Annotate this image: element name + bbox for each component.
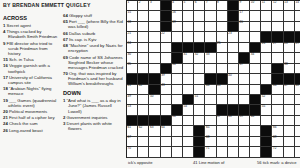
black-square [228, 1, 239, 11]
grid-cell[interactable] [138, 147, 149, 157]
grid-cell[interactable] [183, 32, 194, 42]
grid-cell[interactable] [239, 126, 250, 136]
grid-cell[interactable] [205, 32, 216, 42]
clue: 17 University of California campus site [3, 75, 60, 85]
grid-cell[interactable] [250, 74, 261, 84]
grid-cell[interactable]: 5 [183, 1, 194, 11]
grid-cell[interactable]: 46 [272, 85, 283, 95]
grid-cell[interactable] [172, 95, 183, 105]
grid-cell[interactable] [183, 116, 194, 126]
cell-number: 4 [172, 1, 174, 5]
grid-cell[interactable] [250, 32, 261, 42]
grid-cell[interactable] [183, 22, 194, 32]
grid-cell[interactable] [138, 43, 149, 53]
grid-cell[interactable] [228, 126, 239, 136]
grid-cell[interactable] [138, 105, 149, 115]
cell-number: 56 [172, 115, 175, 119]
grid-cell[interactable]: 62 [138, 126, 149, 136]
grid-cell[interactable]: 33 [205, 53, 216, 63]
cell-number: 8 [217, 1, 219, 5]
cell-number: 6 [195, 1, 197, 5]
clue: 15 Sch. in Tulsa [3, 57, 60, 62]
grid-cell[interactable] [205, 64, 216, 74]
cell-number: 10 [251, 1, 254, 5]
cell-number: 41 [128, 84, 131, 88]
cell-number: 63 [150, 126, 153, 130]
clue-text: Things cracked by Elizabeth Smith Friedm… [5, 29, 57, 39]
grid-cell[interactable] [217, 53, 228, 63]
grid-cell[interactable] [138, 22, 149, 32]
grid-cell[interactable] [194, 22, 205, 32]
grid-cell[interactable] [183, 11, 194, 21]
cell-number: 37 [239, 63, 242, 67]
grid-cell[interactable] [149, 43, 160, 53]
cell-number: 3 [150, 1, 152, 5]
cell-number: 31 [184, 53, 187, 57]
grid-cell[interactable] [205, 95, 216, 105]
grid-cell[interactable] [217, 95, 228, 105]
cell-number: 71 [206, 147, 209, 151]
clue-text: ___ Games (quadrennial athletic event) [8, 98, 57, 108]
grid-cell[interactable]: 47 [284, 85, 295, 95]
clue-text: Gloppy stuff [68, 13, 92, 18]
clue-text: "And what is ___ as a day in June?" (Jam… [65, 98, 120, 113]
grid-cell[interactable] [272, 22, 283, 32]
grid-cell[interactable] [261, 53, 272, 63]
clue: 67 Its cap. is Kyiv [63, 37, 124, 42]
cell-number: 70 [128, 147, 131, 151]
grid-cell[interactable] [217, 64, 228, 74]
grid-cell[interactable] [284, 126, 295, 136]
cell-number: 62 [139, 126, 142, 130]
down-heading: DOWN [63, 90, 124, 96]
grid-cell[interactable] [239, 32, 250, 42]
grid-cell[interactable] [183, 137, 194, 147]
grid-cell[interactable]: 40 [228, 74, 239, 84]
grid-cell[interactable]: 2 [138, 1, 149, 11]
grid-cell[interactable]: 29 [295, 43, 300, 53]
grid-cell[interactable] [149, 105, 160, 115]
cell-number: 29 [295, 42, 298, 46]
grid-cell[interactable] [295, 105, 300, 115]
grid-cell[interactable] [295, 116, 300, 126]
grid-cell[interactable]: 25 [217, 43, 228, 53]
grid-cell[interactable] [149, 11, 160, 21]
grid-cell[interactable] [217, 11, 228, 21]
clue-text: Code name of SS Johannes Siegfried Becke… [68, 55, 123, 70]
cell-number: 30 [128, 53, 131, 57]
cell-number: 46 [273, 84, 276, 88]
grid-cell[interactable] [295, 147, 300, 157]
grid-cell[interactable] [194, 11, 205, 21]
grid-cell[interactable]: 32 [194, 53, 205, 63]
grid-cell[interactable] [272, 11, 283, 21]
grid-cell[interactable]: 51 [194, 95, 205, 105]
clue-text: Its cap. is Kyiv [68, 37, 97, 42]
grid-cell[interactable]: 57 [217, 116, 228, 126]
grid-cell[interactable] [149, 32, 160, 42]
grid-cell[interactable] [172, 32, 183, 42]
cell-number: 65 [206, 126, 209, 130]
grid-cell[interactable] [138, 53, 149, 63]
grid-cell[interactable] [138, 95, 149, 105]
cell-number: 22 [161, 32, 164, 36]
grid-cell[interactable]: 12 [272, 1, 283, 11]
grid-cell[interactable] [295, 137, 300, 147]
grid-cell[interactable] [250, 126, 261, 136]
cell-number: 23 [228, 32, 231, 36]
clue: 26 Long-eared beast [3, 128, 60, 133]
cell-number: 47 [284, 84, 287, 88]
grid-cell[interactable]: 13 [284, 1, 295, 11]
cell-number: 68 [206, 136, 209, 140]
clue-text: Desert plants with white flowers [65, 121, 112, 131]
grid-cell[interactable] [149, 53, 160, 63]
grid-cell[interactable] [138, 137, 149, 147]
clue: 69 Code name of SS Johannes Siegfried Be… [63, 55, 124, 70]
middle-clue-column: 64 Gloppy stuff65 Fort ___ (where Billy … [63, 13, 124, 132]
cell-number: 55 [262, 105, 265, 109]
grid-cell[interactable] [250, 64, 261, 74]
grid-cell[interactable] [295, 53, 300, 63]
grid-cell[interactable]: 63 [149, 126, 160, 136]
grid-cell[interactable]: 50 [149, 95, 160, 105]
clue-text: First half of a cipher key [8, 115, 55, 120]
grid-cell[interactable]: 38 [284, 64, 295, 74]
black-square [194, 137, 205, 147]
black-square [161, 1, 172, 11]
grid-cell[interactable] [183, 74, 194, 84]
clue-fragment: 56 tick mark: a device [257, 160, 297, 165]
grid-cell[interactable] [284, 22, 295, 32]
grid-cell[interactable] [217, 22, 228, 32]
grid-cell[interactable] [239, 137, 250, 147]
grid-cell[interactable]: 23 [228, 32, 239, 42]
cell-number: 26 [262, 42, 265, 46]
grid-cell[interactable] [161, 43, 172, 53]
grid-cell[interactable] [149, 147, 160, 157]
clue: 9 FBI director who tried to scrub Friedm… [3, 41, 60, 56]
grid-cell[interactable] [138, 32, 149, 42]
grid-cell[interactable]: 26 [261, 43, 272, 53]
cell-number: 33 [206, 53, 209, 57]
grid-cell[interactable] [138, 11, 149, 21]
clue: 16 Veggie garnish with a toothpick [3, 63, 60, 73]
grid-cell[interactable]: 64 [161, 126, 172, 136]
clue: 64 Gloppy stuff [63, 13, 124, 18]
clue: 20 Political movements [3, 109, 60, 114]
grid-cell[interactable] [161, 137, 172, 147]
grid-cell[interactable] [228, 137, 239, 147]
clue-text: Org. that was inspired by Friedman's and… [68, 71, 123, 86]
grid-cell[interactable] [172, 74, 183, 84]
black-square [149, 74, 160, 84]
grid-cell[interactable] [239, 74, 250, 84]
across-clue-column: ACROSS 1 Secret agent4 Things cracked by… [3, 13, 60, 134]
grid-cell[interactable] [228, 95, 239, 105]
grid-cell[interactable] [239, 85, 250, 95]
cell-number: 5 [184, 1, 186, 5]
cell-number: 52 [262, 95, 265, 99]
clue-text: FBI director who tried to scrub Friedman… [5, 41, 52, 56]
grid-cell[interactable]: 10 [250, 1, 261, 11]
black-square [272, 64, 283, 74]
down-clue-list: 1 "And what is ___ as a day in June?" (J… [63, 98, 124, 131]
grid-cell[interactable] [228, 43, 239, 53]
clue: 19 ___ Games (quadrennial athletic event… [3, 98, 60, 108]
grid-cell[interactable] [295, 126, 300, 136]
grid-cell[interactable] [172, 137, 183, 147]
grid-cell[interactable] [194, 64, 205, 74]
grid-cell[interactable] [183, 147, 194, 157]
black-square [194, 126, 205, 136]
grid-cell[interactable] [194, 116, 205, 126]
grid-cell[interactable] [284, 11, 295, 21]
cell-number: 69 [273, 136, 276, 140]
clue: 1 "And what is ___ as a day in June?" (J… [63, 98, 124, 113]
clue: 1 Secret agent [3, 23, 60, 28]
grid-cell[interactable] [183, 85, 194, 95]
cell-number: 32 [195, 53, 198, 57]
across-clue-list: 1 Secret agent4 Things cracked by Elizab… [3, 23, 60, 133]
grid-cell[interactable]: 59 [239, 116, 250, 126]
grid-cell[interactable] [250, 85, 261, 95]
cell-number: 43 [161, 84, 164, 88]
grid-cell[interactable] [205, 11, 216, 21]
cell-number: 45 [217, 84, 220, 88]
grid-cell[interactable]: 34 [250, 53, 261, 63]
grid-cell[interactable] [272, 105, 283, 115]
cell-number: 54 [184, 105, 187, 109]
cell-number: 40 [228, 74, 231, 78]
grid-cell[interactable] [250, 22, 261, 32]
grid-cell[interactable]: 48 [295, 85, 300, 95]
cell-number: 24 [128, 42, 131, 46]
grid-cell[interactable] [239, 147, 250, 157]
grid-cell[interactable] [161, 105, 172, 115]
cell-number: 18 [128, 21, 131, 25]
cell-number: 59 [239, 115, 242, 119]
grid-cell[interactable]: 14 [295, 1, 300, 11]
grid-cell[interactable]: 54 [183, 105, 194, 115]
grid-cell[interactable] [261, 22, 272, 32]
cell-number: 28 [284, 42, 287, 46]
cell-number: 66 [273, 126, 276, 130]
cell-number: 39 [161, 74, 164, 78]
clue: 4 Things cracked by Elizabeth Smith Frie… [3, 29, 60, 39]
black-square [261, 126, 272, 136]
grid-cell[interactable] [284, 137, 295, 147]
grid-cell[interactable]: 8 [217, 1, 228, 11]
grid-cell[interactable]: 56 [172, 116, 183, 126]
grid-cell[interactable]: 43 [161, 85, 172, 95]
black-square [172, 43, 183, 53]
clue-text: Veggie garnish with a toothpick [8, 63, 50, 73]
clue-text: Government inquiries [65, 115, 107, 120]
grid-cell[interactable] [228, 85, 239, 95]
grid-cell[interactable]: 36 [172, 64, 183, 74]
cell-number: 21 [128, 32, 131, 36]
clue: 24 Check the sum [3, 121, 60, 126]
cell-number: 20 [239, 21, 242, 25]
cell-number: 51 [195, 95, 198, 99]
cell-number: 42 [139, 84, 142, 88]
grid-cell[interactable]: 53 [127, 105, 138, 115]
cell-number: 50 [150, 95, 153, 99]
grid-cell[interactable] [295, 95, 300, 105]
cell-number: 7 [206, 1, 208, 5]
grid-cell[interactable] [149, 137, 160, 147]
grid-cell[interactable]: 45 [217, 85, 228, 95]
grid-cell[interactable] [172, 147, 183, 157]
cell-number: 13 [284, 1, 287, 5]
grid-cell[interactable] [161, 95, 172, 105]
grid-cell[interactable] [149, 64, 160, 74]
cell-number: 44 [206, 84, 209, 88]
grid-cell[interactable]: 22 [161, 32, 172, 42]
grid-cell[interactable] [183, 126, 194, 136]
cell-number: 64 [161, 126, 164, 130]
cell-number: 14 [295, 1, 298, 5]
cell-number: 67 [128, 136, 131, 140]
cell-number: 36 [172, 63, 175, 67]
clue-text: "Machine" used by Nazis for encryption [68, 43, 123, 53]
clue-fragment: 41 Line motion of [193, 160, 224, 165]
grid-cell[interactable]: 55 [261, 105, 272, 115]
clue: 2 Government inquiries [63, 115, 124, 120]
grid-cell[interactable]: 20 [239, 22, 250, 32]
cell-number: 72 [273, 147, 276, 151]
grid-cell[interactable] [183, 64, 194, 74]
clue: 21 First half of a cipher key [3, 115, 60, 120]
cell-number: 19 [172, 21, 175, 25]
clue-fragment: ick's opposite [128, 160, 152, 165]
grid-cell[interactable] [217, 147, 228, 157]
black-square [261, 137, 272, 147]
grid-cell[interactable] [194, 32, 205, 42]
grid-cell[interactable] [239, 43, 250, 53]
grid-cell[interactable] [172, 126, 183, 136]
cell-number: 15 [128, 11, 131, 15]
cell-number: 9 [239, 1, 241, 5]
cell-number: 61 [128, 126, 131, 130]
grid-cell[interactable] [250, 147, 261, 157]
grid-cell[interactable] [261, 116, 272, 126]
clue-text: Long-eared beast [8, 128, 43, 133]
grid-cell[interactable]: 44 [205, 85, 216, 95]
cell-number: 38 [284, 63, 287, 67]
grid-cell[interactable] [228, 147, 239, 157]
grid-cell[interactable]: 37 [239, 64, 250, 74]
grid-cell[interactable] [194, 105, 205, 115]
clue-text: Fort ___ (where Billy the Kid was killed… [68, 19, 123, 29]
grid-cell[interactable] [284, 105, 295, 115]
grid-cell[interactable]: 7 [205, 1, 216, 11]
grid-cell[interactable]: 11 [261, 1, 272, 11]
grid-cell[interactable] [205, 105, 216, 115]
grid-cell[interactable]: 58 [228, 116, 239, 126]
grid-cell[interactable] [250, 137, 261, 147]
grid-cell[interactable] [261, 64, 272, 74]
grid-cell[interactable]: 27 [272, 43, 283, 53]
grid-cell[interactable] [161, 147, 172, 157]
cell-number: 25 [217, 42, 220, 46]
grid-cell[interactable]: 42 [138, 85, 149, 95]
grid-cell[interactable] [284, 95, 295, 105]
across-continued-clue-list: 64 Gloppy stuff65 Fort ___ (where Billy … [63, 13, 124, 86]
clue-text: Check the sum [8, 121, 38, 126]
grid-cell[interactable] [261, 11, 272, 21]
grid-cell[interactable] [295, 11, 300, 21]
grid-cell[interactable]: 31 [183, 53, 194, 63]
clue-text: University of California campus site [8, 75, 52, 85]
grid-cell[interactable] [205, 22, 216, 32]
grid-cell[interactable]: 35 [127, 64, 138, 74]
grid-cell[interactable]: 71 [205, 147, 216, 157]
grid-cell[interactable]: 72 [272, 147, 283, 157]
cell-number: 1 [128, 1, 130, 5]
grid-cell[interactable] [239, 95, 250, 105]
across-heading: ACROSS [3, 15, 60, 21]
puzzle-byline: BY BRENDAN EMMETT QUIGLEY [3, 2, 91, 8]
clue-text: Dallas suburb [68, 31, 95, 36]
grid-cell[interactable]: 28 [284, 43, 295, 53]
cell-number: 2 [139, 1, 141, 5]
cell-number: 11 [262, 1, 265, 5]
cell-number: 34 [251, 53, 254, 57]
grid-cell[interactable] [228, 53, 239, 63]
grid-cell[interactable] [217, 126, 228, 136]
clue-text: Sch. in Tulsa [8, 57, 34, 62]
grid-cell[interactable] [161, 53, 172, 63]
cell-number: 53 [128, 105, 131, 109]
black-square [161, 11, 172, 21]
grid-cell[interactable]: 6 [194, 1, 205, 11]
grid-cell[interactable] [284, 147, 295, 157]
grid-cell[interactable] [272, 53, 283, 63]
grid-cell[interactable] [250, 11, 261, 21]
grid-cell[interactable]: 19 [172, 22, 183, 32]
grid-cell[interactable] [138, 64, 149, 74]
grid-cell[interactable]: 70 [127, 147, 138, 157]
grid-cell[interactable] [295, 64, 300, 74]
grid-cell[interactable] [284, 116, 295, 126]
grid-cell[interactable]: 3 [149, 1, 160, 11]
crossword-grid-container: 1234567891011121314151617181920212223242… [126, 0, 300, 158]
grid-cell[interactable]: 60 [250, 116, 261, 126]
clue-text: Political movements [8, 109, 47, 114]
cell-number: 27 [273, 42, 276, 46]
grid-cell[interactable] [261, 74, 272, 84]
grid-cell[interactable] [172, 85, 183, 95]
grid-cell[interactable] [272, 95, 283, 105]
clue-text: Secret agent [5, 23, 31, 28]
grid-cell[interactable] [149, 22, 160, 32]
clue: 18 "Arabian Nights" flying menace [3, 86, 60, 96]
clue: 68 "Machine" used by Nazis for encryptio… [63, 43, 124, 53]
clue: 66 Dallas suburb [63, 31, 124, 36]
cell-number: 35 [128, 63, 131, 67]
grid-cell[interactable] [217, 137, 228, 147]
clue: 3 Desert plants with white flowers [63, 121, 124, 131]
black-square [261, 147, 272, 157]
grid-cell[interactable] [295, 22, 300, 32]
grid-cell[interactable] [194, 74, 205, 84]
cell-number: 57 [217, 115, 220, 119]
clue-text: "Arabian Nights" flying menace [8, 86, 52, 96]
cell-number: 48 [295, 84, 298, 88]
cell-number: 17 [239, 11, 242, 15]
